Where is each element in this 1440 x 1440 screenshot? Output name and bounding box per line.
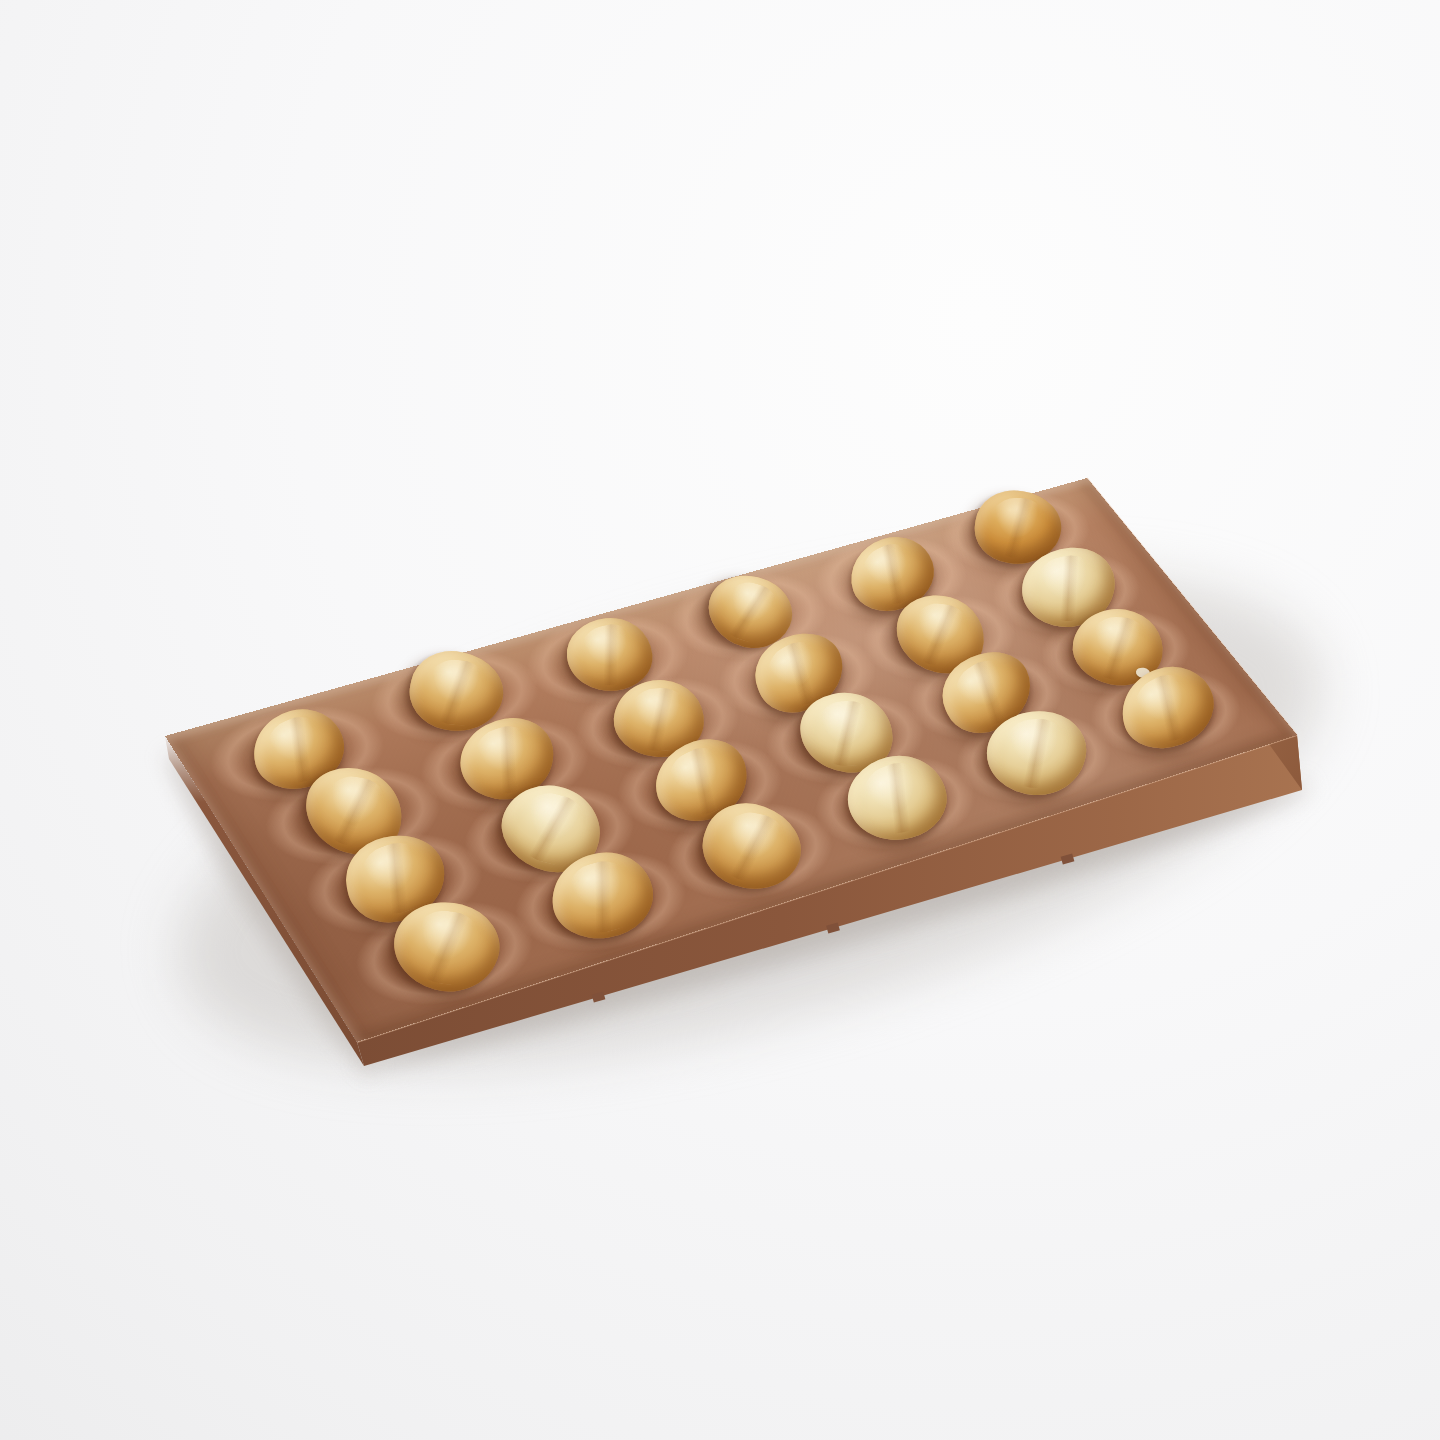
chocolate-bar-photo [0,0,1440,1440]
hazelnut-layer [0,0,1440,1440]
